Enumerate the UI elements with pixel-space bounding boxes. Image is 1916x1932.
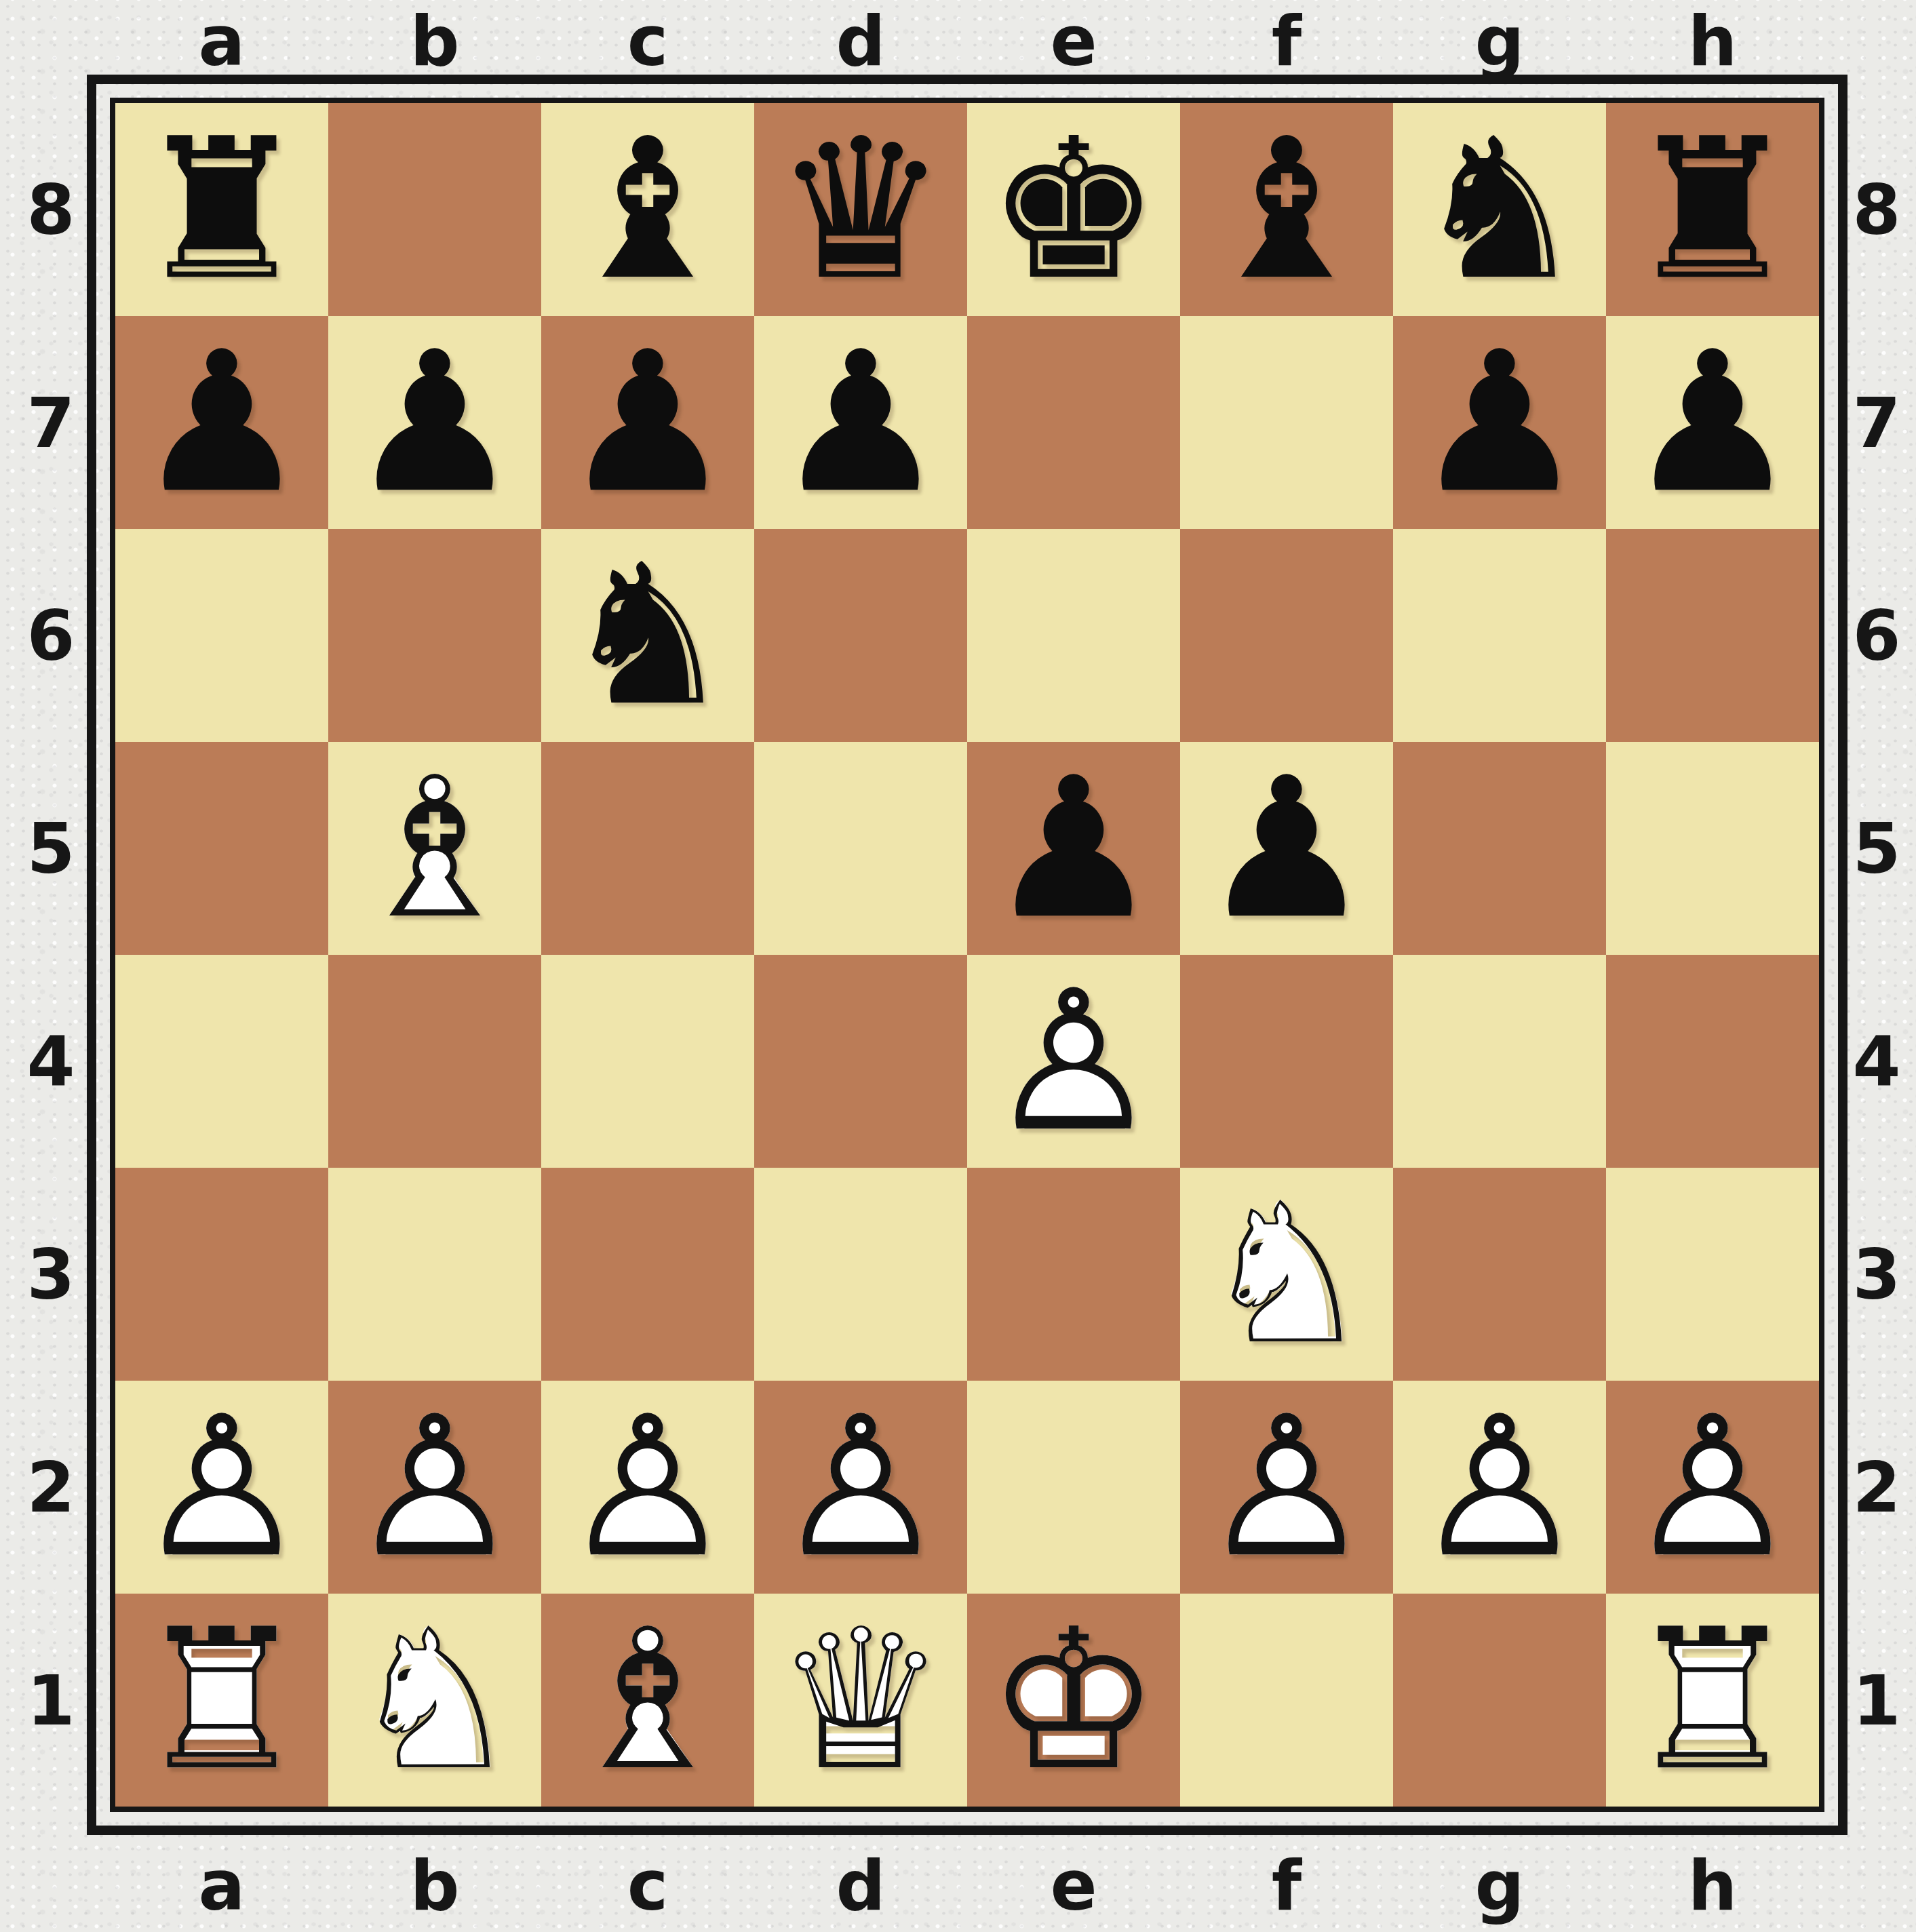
rank-label-8-right: 8 (1839, 103, 1914, 316)
chess-board: ♜♝♛♚♝♞♜♟♟♟♟♟♟♞♝♗♟♟♟♙♞♘♟♙♟♙♟♙♟♙♟♙♟♙♟♙♜♖♞♘… (110, 98, 1824, 1812)
square-f8[interactable]: ♝ (1180, 103, 1393, 316)
file-label-f-top: f (1180, 4, 1393, 79)
file-label-e-top: e (967, 4, 1180, 79)
piece-black-pawn: ♟ (1606, 316, 1819, 529)
piece-black-pawn: ♟ (1180, 742, 1393, 955)
rank-label-1-left: 1 (14, 1594, 88, 1807)
piece-black-rook: ♜ (115, 103, 328, 316)
square-e4[interactable]: ♟♙ (967, 955, 1180, 1168)
black-piece-body: ♞ (541, 529, 754, 742)
file-label-f-bottom: f (1180, 1849, 1393, 1923)
square-d5[interactable] (754, 742, 967, 955)
black-piece-body: ♟ (541, 316, 754, 529)
file-label-d-top: d (754, 4, 967, 79)
piece-white-bishop: ♝♗ (541, 1594, 754, 1807)
square-d8[interactable]: ♛ (754, 103, 967, 316)
piece-black-pawn: ♟ (1393, 316, 1606, 529)
rank-label-8-left: 8 (14, 103, 88, 316)
piece-black-knight: ♞ (1393, 103, 1606, 316)
black-piece-body: ♜ (115, 103, 328, 316)
square-a3[interactable] (115, 1168, 328, 1381)
piece-white-knight: ♞♘ (328, 1594, 541, 1807)
square-e5[interactable]: ♟ (967, 742, 1180, 955)
piece-black-king: ♚ (967, 103, 1180, 316)
square-e6[interactable] (967, 529, 1180, 742)
white-piece-outline: ♙ (541, 1381, 754, 1594)
file-label-g-bottom: g (1393, 1849, 1606, 1923)
square-c6[interactable]: ♞ (541, 529, 754, 742)
square-c4[interactable] (541, 955, 754, 1168)
file-label-g-top: g (1393, 4, 1606, 79)
piece-black-pawn: ♟ (328, 316, 541, 529)
square-d4[interactable] (754, 955, 967, 1168)
square-h7[interactable]: ♟ (1606, 316, 1819, 529)
white-piece-outline: ♙ (1180, 1381, 1393, 1594)
white-piece-outline: ♗ (328, 742, 541, 955)
rank-label-6-right: 6 (1839, 529, 1914, 742)
black-piece-body: ♟ (967, 742, 1180, 955)
black-piece-body: ♜ (1606, 103, 1819, 316)
file-label-e-bottom: e (967, 1849, 1180, 1923)
piece-white-pawn: ♟♙ (115, 1381, 328, 1594)
square-e2[interactable] (967, 1381, 1180, 1594)
file-label-h-bottom: h (1606, 1849, 1819, 1923)
square-b3[interactable] (328, 1168, 541, 1381)
black-piece-body: ♟ (328, 316, 541, 529)
square-c2[interactable]: ♟♙ (541, 1381, 754, 1594)
file-label-h-top: h (1606, 4, 1819, 79)
file-label-b-bottom: b (328, 1849, 541, 1923)
black-piece-body: ♚ (967, 103, 1180, 316)
white-piece-outline: ♘ (328, 1594, 541, 1807)
piece-white-pawn: ♟♙ (967, 955, 1180, 1168)
square-a1[interactable]: ♜♖ (115, 1594, 328, 1807)
square-b4[interactable] (328, 955, 541, 1168)
square-e7[interactable] (967, 316, 1180, 529)
rank-label-4-right: 4 (1839, 955, 1914, 1168)
square-f5[interactable]: ♟ (1180, 742, 1393, 955)
square-h8[interactable]: ♜ (1606, 103, 1819, 316)
file-label-c-top: c (541, 4, 754, 79)
black-piece-body: ♞ (1393, 103, 1606, 316)
black-piece-body: ♟ (115, 316, 328, 529)
rank-label-4-left: 4 (14, 955, 88, 1168)
rank-labels-left: 87654321 (14, 103, 88, 1807)
square-e1[interactable]: ♚♔ (967, 1594, 1180, 1807)
square-a2[interactable]: ♟♙ (115, 1381, 328, 1594)
square-h5[interactable] (1606, 742, 1819, 955)
black-piece-body: ♟ (1180, 742, 1393, 955)
piece-black-pawn: ♟ (754, 316, 967, 529)
rank-label-7-right: 7 (1839, 316, 1914, 529)
piece-white-pawn: ♟♙ (1606, 1381, 1819, 1594)
square-h3[interactable] (1606, 1168, 1819, 1381)
board-frame: ♜♝♛♚♝♞♜♟♟♟♟♟♟♞♝♗♟♟♟♙♞♘♟♙♟♙♟♙♟♙♟♙♟♙♟♙♜♖♞♘… (87, 75, 1847, 1835)
file-label-a-top: a (115, 4, 328, 79)
file-label-c-bottom: c (541, 1849, 754, 1923)
file-labels-top: abcdefgh (115, 4, 1819, 79)
black-piece-body: ♛ (754, 103, 967, 316)
piece-black-bishop: ♝ (541, 103, 754, 316)
square-f4[interactable] (1180, 955, 1393, 1168)
rank-label-7-left: 7 (14, 316, 88, 529)
white-piece-outline: ♙ (1393, 1381, 1606, 1594)
white-piece-outline: ♙ (967, 955, 1180, 1168)
rank-label-5-left: 5 (14, 742, 88, 955)
white-piece-outline: ♘ (1180, 1168, 1393, 1381)
white-piece-outline: ♗ (541, 1594, 754, 1807)
piece-white-rook: ♜♖ (1606, 1594, 1819, 1807)
square-g4[interactable] (1393, 955, 1606, 1168)
square-c7[interactable]: ♟ (541, 316, 754, 529)
square-c8[interactable]: ♝ (541, 103, 754, 316)
square-d2[interactable]: ♟♙ (754, 1381, 967, 1594)
rank-label-2-left: 2 (14, 1381, 88, 1594)
piece-black-rook: ♜ (1606, 103, 1819, 316)
file-label-b-top: b (328, 4, 541, 79)
piece-white-pawn: ♟♙ (754, 1381, 967, 1594)
piece-black-pawn: ♟ (541, 316, 754, 529)
black-piece-body: ♟ (1393, 316, 1606, 529)
rank-label-3-right: 3 (1839, 1168, 1914, 1381)
piece-black-pawn: ♟ (115, 316, 328, 529)
square-g6[interactable] (1393, 529, 1606, 742)
piece-white-pawn: ♟♙ (1393, 1381, 1606, 1594)
black-piece-body: ♟ (754, 316, 967, 529)
square-h6[interactable] (1606, 529, 1819, 742)
square-f6[interactable] (1180, 529, 1393, 742)
square-g3[interactable] (1393, 1168, 1606, 1381)
square-a6[interactable] (115, 529, 328, 742)
square-a7[interactable]: ♟ (115, 316, 328, 529)
rank-label-5-right: 5 (1839, 742, 1914, 955)
square-c1[interactable]: ♝♗ (541, 1594, 754, 1807)
rank-labels-right: 87654321 (1839, 103, 1914, 1807)
file-label-d-bottom: d (754, 1849, 967, 1923)
black-piece-body: ♟ (1606, 316, 1819, 529)
white-piece-outline: ♙ (754, 1381, 967, 1594)
white-piece-outline: ♖ (115, 1594, 328, 1807)
piece-white-pawn: ♟♙ (328, 1381, 541, 1594)
piece-black-bishop: ♝ (1180, 103, 1393, 316)
square-e8[interactable]: ♚ (967, 103, 1180, 316)
file-labels-bottom: abcdefgh (115, 1849, 1819, 1923)
piece-black-pawn: ♟ (967, 742, 1180, 955)
square-b5[interactable]: ♝♗ (328, 742, 541, 955)
square-e3[interactable] (967, 1168, 1180, 1381)
square-g1[interactable] (1393, 1594, 1606, 1807)
square-b2[interactable]: ♟♙ (328, 1381, 541, 1594)
square-d6[interactable] (754, 529, 967, 742)
square-g2[interactable]: ♟♙ (1393, 1381, 1606, 1594)
white-piece-outline: ♔ (967, 1594, 1180, 1807)
white-piece-outline: ♙ (115, 1381, 328, 1594)
square-c5[interactable] (541, 742, 754, 955)
piece-white-rook: ♜♖ (115, 1594, 328, 1807)
piece-black-knight: ♞ (541, 529, 754, 742)
square-c3[interactable] (541, 1168, 754, 1381)
piece-white-queen: ♛♕ (754, 1594, 967, 1807)
piece-white-pawn: ♟♙ (541, 1381, 754, 1594)
piece-black-queen: ♛ (754, 103, 967, 316)
piece-white-knight: ♞♘ (1180, 1168, 1393, 1381)
black-piece-body: ♝ (541, 103, 754, 316)
square-b6[interactable] (328, 529, 541, 742)
square-d7[interactable]: ♟ (754, 316, 967, 529)
square-h4[interactable] (1606, 955, 1819, 1168)
piece-white-bishop: ♝♗ (328, 742, 541, 955)
rank-label-1-right: 1 (1839, 1594, 1914, 1807)
black-piece-body: ♝ (1180, 103, 1393, 316)
square-a5[interactable] (115, 742, 328, 955)
rank-label-6-left: 6 (14, 529, 88, 742)
square-g5[interactable] (1393, 742, 1606, 955)
square-h2[interactable]: ♟♙ (1606, 1381, 1819, 1594)
square-f7[interactable] (1180, 316, 1393, 529)
square-b7[interactable]: ♟ (328, 316, 541, 529)
piece-white-king: ♚♔ (967, 1594, 1180, 1807)
white-piece-outline: ♙ (328, 1381, 541, 1594)
file-label-a-bottom: a (115, 1849, 328, 1923)
square-g7[interactable]: ♟ (1393, 316, 1606, 529)
square-g8[interactable]: ♞ (1393, 103, 1606, 316)
square-f2[interactable]: ♟♙ (1180, 1381, 1393, 1594)
piece-white-pawn: ♟♙ (1180, 1381, 1393, 1594)
rank-label-2-right: 2 (1839, 1381, 1914, 1594)
square-f1[interactable] (1180, 1594, 1393, 1807)
white-piece-outline: ♙ (1606, 1381, 1819, 1594)
square-f3[interactable]: ♞♘ (1180, 1168, 1393, 1381)
white-piece-outline: ♖ (1606, 1594, 1819, 1807)
square-h1[interactable]: ♜♖ (1606, 1594, 1819, 1807)
rank-label-3-left: 3 (14, 1168, 88, 1381)
square-d3[interactable] (754, 1168, 967, 1381)
white-piece-outline: ♕ (754, 1594, 967, 1807)
square-b1[interactable]: ♞♘ (328, 1594, 541, 1807)
square-d1[interactable]: ♛♕ (754, 1594, 967, 1807)
square-a8[interactable]: ♜ (115, 103, 328, 316)
square-b8[interactable] (328, 103, 541, 316)
square-a4[interactable] (115, 955, 328, 1168)
